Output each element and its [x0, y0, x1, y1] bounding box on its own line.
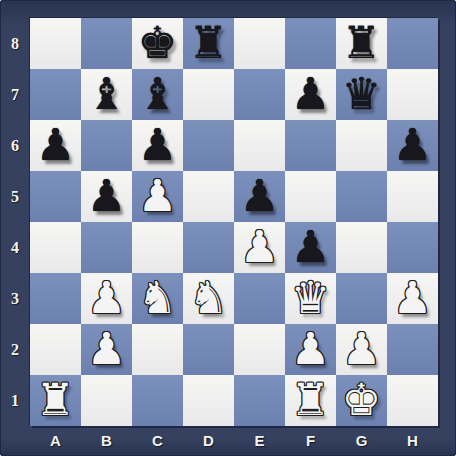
square-g1[interactable]: ♚: [336, 375, 387, 426]
piece-white-pawn[interactable]: ♟: [234, 222, 285, 273]
rank-labels: 87654321: [0, 18, 30, 426]
square-b5[interactable]: ♟: [81, 171, 132, 222]
square-g2[interactable]: ♟: [336, 324, 387, 375]
piece-black-pawn[interactable]: ♟: [81, 171, 132, 222]
square-b8[interactable]: [81, 18, 132, 69]
rank-label-5: 5: [0, 171, 30, 222]
piece-white-pawn[interactable]: ♟: [387, 273, 438, 324]
piece-black-bishop[interactable]: ♝: [132, 69, 183, 120]
file-label-f: F: [285, 426, 336, 454]
square-b1[interactable]: [81, 375, 132, 426]
square-c1[interactable]: [132, 375, 183, 426]
square-g5[interactable]: [336, 171, 387, 222]
square-a4[interactable]: [30, 222, 81, 273]
piece-white-queen[interactable]: ♛: [285, 273, 336, 324]
square-h5[interactable]: [387, 171, 438, 222]
square-c8[interactable]: ♚: [132, 18, 183, 69]
square-f3[interactable]: ♛: [285, 273, 336, 324]
rank-label-3: 3: [0, 273, 30, 324]
square-b4[interactable]: [81, 222, 132, 273]
square-b7[interactable]: ♝: [81, 69, 132, 120]
square-a1[interactable]: ♜: [30, 375, 81, 426]
square-a6[interactable]: ♟: [30, 120, 81, 171]
square-c3[interactable]: ♞: [132, 273, 183, 324]
square-f4[interactable]: ♟: [285, 222, 336, 273]
rank-label-1: 1: [0, 375, 30, 426]
square-c6[interactable]: ♟: [132, 120, 183, 171]
square-e8[interactable]: [234, 18, 285, 69]
piece-black-pawn[interactable]: ♟: [387, 120, 438, 171]
square-a2[interactable]: [30, 324, 81, 375]
square-b6[interactable]: [81, 120, 132, 171]
chess-board-frame: ♚♜♜♝♝♟♛♟♟♟♟♟♟♟♟♟♞♞♛♟♟♟♟♜♜♚ 87654321 ABCD…: [0, 0, 456, 456]
chess-board: ♚♜♜♝♝♟♛♟♟♟♟♟♟♟♟♟♞♞♛♟♟♟♟♜♜♚: [30, 18, 438, 426]
square-d2[interactable]: [183, 324, 234, 375]
square-d1[interactable]: [183, 375, 234, 426]
piece-white-pawn[interactable]: ♟: [81, 273, 132, 324]
square-c4[interactable]: [132, 222, 183, 273]
square-g3[interactable]: [336, 273, 387, 324]
square-d7[interactable]: [183, 69, 234, 120]
piece-white-rook[interactable]: ♜: [285, 375, 336, 426]
square-a8[interactable]: [30, 18, 81, 69]
square-c7[interactable]: ♝: [132, 69, 183, 120]
piece-white-pawn[interactable]: ♟: [81, 324, 132, 375]
piece-black-king[interactable]: ♚: [132, 18, 183, 69]
square-e3[interactable]: [234, 273, 285, 324]
square-h8[interactable]: [387, 18, 438, 69]
square-h6[interactable]: ♟: [387, 120, 438, 171]
piece-white-king[interactable]: ♚: [336, 375, 387, 426]
square-h7[interactable]: [387, 69, 438, 120]
square-g7[interactable]: ♛: [336, 69, 387, 120]
file-label-g: G: [336, 426, 387, 454]
square-d3[interactable]: ♞: [183, 273, 234, 324]
square-h4[interactable]: [387, 222, 438, 273]
square-h3[interactable]: ♟: [387, 273, 438, 324]
square-a3[interactable]: [30, 273, 81, 324]
piece-black-bishop[interactable]: ♝: [81, 69, 132, 120]
square-d5[interactable]: [183, 171, 234, 222]
piece-white-rook[interactable]: ♜: [30, 375, 81, 426]
piece-black-pawn[interactable]: ♟: [285, 69, 336, 120]
file-label-c: C: [132, 426, 183, 454]
square-g6[interactable]: [336, 120, 387, 171]
square-d8[interactable]: ♜: [183, 18, 234, 69]
square-e6[interactable]: [234, 120, 285, 171]
square-d4[interactable]: [183, 222, 234, 273]
piece-white-knight[interactable]: ♞: [183, 273, 234, 324]
square-f1[interactable]: ♜: [285, 375, 336, 426]
square-e1[interactable]: [234, 375, 285, 426]
square-e2[interactable]: [234, 324, 285, 375]
file-label-h: H: [387, 426, 438, 454]
file-label-e: E: [234, 426, 285, 454]
rank-label-7: 7: [0, 69, 30, 120]
rank-label-2: 2: [0, 324, 30, 375]
square-c5[interactable]: ♟: [132, 171, 183, 222]
file-label-a: A: [30, 426, 81, 454]
square-a5[interactable]: [30, 171, 81, 222]
square-f6[interactable]: [285, 120, 336, 171]
square-b3[interactable]: ♟: [81, 273, 132, 324]
square-b2[interactable]: ♟: [81, 324, 132, 375]
square-f5[interactable]: [285, 171, 336, 222]
piece-white-pawn[interactable]: ♟: [336, 324, 387, 375]
file-labels: ABCDEFGH: [30, 426, 438, 456]
square-g4[interactable]: [336, 222, 387, 273]
piece-black-rook[interactable]: ♜: [183, 18, 234, 69]
square-a7[interactable]: [30, 69, 81, 120]
file-label-b: B: [81, 426, 132, 454]
piece-black-pawn[interactable]: ♟: [30, 120, 81, 171]
square-g8[interactable]: ♜: [336, 18, 387, 69]
piece-white-pawn[interactable]: ♟: [132, 171, 183, 222]
rank-label-4: 4: [0, 222, 30, 273]
square-e4[interactable]: ♟: [234, 222, 285, 273]
square-f8[interactable]: [285, 18, 336, 69]
rank-label-6: 6: [0, 120, 30, 171]
piece-white-pawn[interactable]: ♟: [285, 324, 336, 375]
piece-white-knight[interactable]: ♞: [132, 273, 183, 324]
piece-black-rook[interactable]: ♜: [336, 18, 387, 69]
square-f7[interactable]: ♟: [285, 69, 336, 120]
square-h1[interactable]: [387, 375, 438, 426]
file-label-d: D: [183, 426, 234, 454]
square-c2[interactable]: [132, 324, 183, 375]
piece-black-pawn[interactable]: ♟: [285, 222, 336, 273]
piece-black-pawn[interactable]: ♟: [132, 120, 183, 171]
square-e7[interactable]: [234, 69, 285, 120]
square-h2[interactable]: [387, 324, 438, 375]
square-d6[interactable]: [183, 120, 234, 171]
square-f2[interactable]: ♟: [285, 324, 336, 375]
piece-black-queen[interactable]: ♛: [336, 69, 387, 120]
rank-label-8: 8: [0, 18, 30, 69]
piece-black-pawn[interactable]: ♟: [234, 171, 285, 222]
square-e5[interactable]: ♟: [234, 171, 285, 222]
